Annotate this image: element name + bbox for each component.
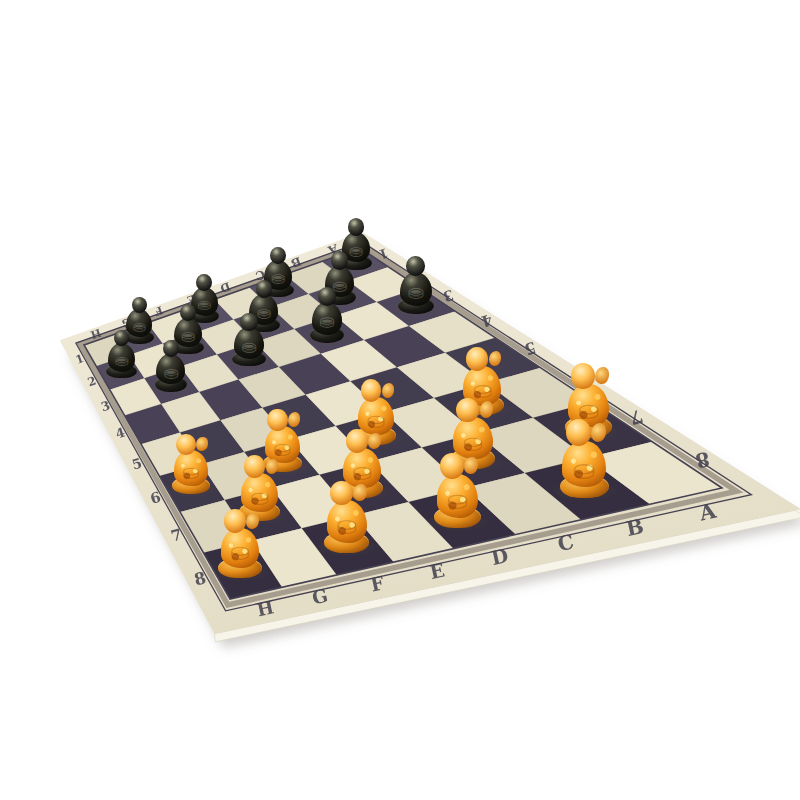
checkers-board: HHGGFFEEDDCCBBAA1122334455667788 [0, 0, 800, 800]
photo-stage: HHGGFFEEDDCCBBAA1122334455667788 ⛂⛂⛂⛂⛂⛂⛂… [0, 0, 800, 800]
